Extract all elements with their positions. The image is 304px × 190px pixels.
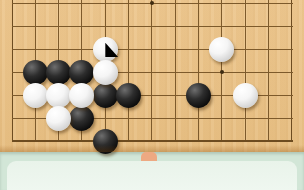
star-point <box>220 70 224 74</box>
board-grid-line <box>12 26 293 27</box>
white-stone-k5[interactable] <box>209 37 234 62</box>
last-move-triangle-icon <box>105 43 118 58</box>
white-stone-c3[interactable] <box>46 83 71 108</box>
black-stone-c4[interactable] <box>46 60 71 85</box>
white-stone-b3[interactable] <box>23 83 48 108</box>
white-stone-e5[interactable] <box>93 37 118 62</box>
white-stone-l3[interactable] <box>233 83 258 108</box>
black-stone-e3[interactable] <box>93 83 118 108</box>
white-stone-d3[interactable] <box>69 83 94 108</box>
board-grid-line <box>12 140 293 142</box>
board-grid-line <box>12 49 293 50</box>
black-stone-b4[interactable] <box>23 60 48 85</box>
black-stone-e1[interactable] <box>93 129 118 154</box>
black-stone-d2[interactable] <box>69 106 94 131</box>
white-stone-e4[interactable] <box>93 60 118 85</box>
go-app-screen <box>0 0 304 190</box>
white-stone-c2[interactable] <box>46 106 71 131</box>
bottom-panel <box>7 161 297 190</box>
star-point <box>150 1 154 5</box>
black-stone-d4[interactable] <box>69 60 94 85</box>
table-background <box>0 152 304 190</box>
black-stone-f3[interactable] <box>116 83 141 108</box>
black-stone-j3[interactable] <box>186 83 211 108</box>
go-board[interactable] <box>0 0 304 152</box>
